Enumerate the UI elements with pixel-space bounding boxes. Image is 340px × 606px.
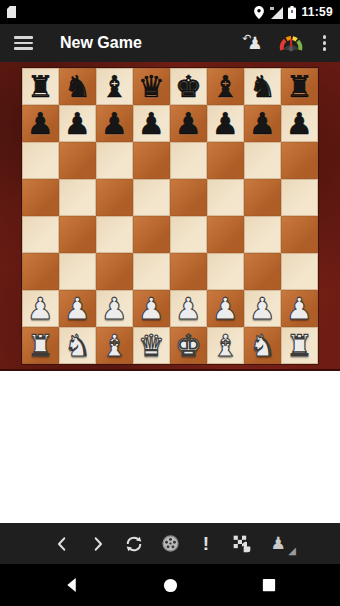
- setup-board-icon[interactable]: [231, 532, 253, 556]
- square-b4[interactable]: [59, 216, 96, 253]
- black-pawn: ♟: [64, 105, 91, 142]
- square-e4[interactable]: [170, 216, 207, 253]
- content-blank-area: [0, 369, 340, 523]
- black-pawn: ♟: [175, 105, 202, 142]
- white-king: ♚: [175, 327, 202, 364]
- square-e7[interactable]: ♟: [170, 105, 207, 142]
- android-nav-bar: [0, 564, 340, 606]
- square-h2[interactable]: ♟: [281, 290, 318, 327]
- square-f1[interactable]: ♝: [207, 327, 244, 364]
- white-knight: ♞: [64, 327, 91, 364]
- square-h5[interactable]: [281, 179, 318, 216]
- white-pawn: ♟: [212, 290, 239, 327]
- black-pawn: ♟: [212, 105, 239, 142]
- square-f4[interactable]: [207, 216, 244, 253]
- black-pawn: ♟: [249, 105, 276, 142]
- square-b2[interactable]: ♟: [59, 290, 96, 327]
- black-pawn: ♟: [27, 105, 54, 142]
- square-d8[interactable]: ♛: [133, 68, 170, 105]
- square-a4[interactable]: [22, 216, 59, 253]
- square-f5[interactable]: [207, 179, 244, 216]
- square-g8[interactable]: ♞: [244, 68, 281, 105]
- square-f6[interactable]: [207, 142, 244, 179]
- black-king: ♚: [175, 68, 202, 105]
- square-e8[interactable]: ♚: [170, 68, 207, 105]
- square-a8[interactable]: ♜: [22, 68, 59, 105]
- black-pawn: ♟: [138, 105, 165, 142]
- nav-back-icon[interactable]: [62, 576, 80, 594]
- square-c7[interactable]: ♟: [96, 105, 133, 142]
- nav-home-icon[interactable]: [161, 576, 179, 594]
- flip-piece-icon[interactable]: ↶♟: [247, 35, 262, 52]
- square-e3[interactable]: [170, 253, 207, 290]
- white-pawn: ♟: [101, 290, 128, 327]
- status-bar: 11:59: [0, 0, 340, 24]
- engine-gauge-icon[interactable]: [278, 33, 304, 53]
- signal-icon: [269, 6, 283, 19]
- square-f3[interactable]: [207, 253, 244, 290]
- square-g3[interactable]: [244, 253, 281, 290]
- app-bar: New Game ↶♟: [0, 24, 340, 62]
- square-h6[interactable]: [281, 142, 318, 179]
- square-g1[interactable]: ♞: [244, 327, 281, 364]
- square-f8[interactable]: ♝: [207, 68, 244, 105]
- white-bishop: ♝: [101, 327, 128, 364]
- piece-mode-icon[interactable]: ♟ ◢: [267, 532, 289, 556]
- square-a5[interactable]: [22, 179, 59, 216]
- square-d2[interactable]: ♟: [133, 290, 170, 327]
- square-c1[interactable]: ♝: [96, 327, 133, 364]
- black-knight: ♞: [64, 68, 91, 105]
- square-a3[interactable]: [22, 253, 59, 290]
- black-bishop: ♝: [101, 68, 128, 105]
- square-h8[interactable]: ♜: [281, 68, 318, 105]
- square-h7[interactable]: ♟: [281, 105, 318, 142]
- black-knight: ♞: [249, 68, 276, 105]
- white-pawn: ♟: [286, 290, 313, 327]
- square-d7[interactable]: ♟: [133, 105, 170, 142]
- square-a2[interactable]: ♟: [22, 290, 59, 327]
- clock-time: 11:59: [301, 5, 333, 19]
- square-c5[interactable]: [96, 179, 133, 216]
- white-rook: ♜: [27, 327, 54, 364]
- square-d6[interactable]: [133, 142, 170, 179]
- square-f2[interactable]: ♟: [207, 290, 244, 327]
- white-knight: ♞: [249, 327, 276, 364]
- force-move-icon[interactable]: !: [195, 532, 217, 556]
- square-h3[interactable]: [281, 253, 318, 290]
- square-d5[interactable]: [133, 179, 170, 216]
- chess-board[interactable]: ♜♞♝♛♚♝♞♜♟♟♟♟♟♟♟♟♟♟♟♟♟♟♟♟♜♞♝♛♚♝♞♜: [22, 68, 318, 364]
- square-e6[interactable]: [170, 142, 207, 179]
- white-queen: ♛: [138, 327, 165, 364]
- square-a7[interactable]: ♟: [22, 105, 59, 142]
- black-pawn: ♟: [286, 105, 313, 142]
- square-h1[interactable]: ♜: [281, 327, 318, 364]
- white-rook: ♜: [286, 327, 313, 364]
- square-f7[interactable]: ♟: [207, 105, 244, 142]
- square-b8[interactable]: ♞: [59, 68, 96, 105]
- next-move-icon[interactable]: [87, 532, 109, 556]
- square-e1[interactable]: ♚: [170, 327, 207, 364]
- square-c3[interactable]: [96, 253, 133, 290]
- square-e5[interactable]: [170, 179, 207, 216]
- square-g6[interactable]: [244, 142, 281, 179]
- square-a1[interactable]: ♜: [22, 327, 59, 364]
- square-b6[interactable]: [59, 142, 96, 179]
- white-pawn: ♟: [249, 290, 276, 327]
- board-frame: ♜♞♝♛♚♝♞♜♟♟♟♟♟♟♟♟♟♟♟♟♟♟♟♟♜♞♝♛♚♝♞♜: [0, 62, 340, 369]
- square-g2[interactable]: ♟: [244, 290, 281, 327]
- bottom-toolbar: ! ♟ ◢: [0, 523, 340, 564]
- square-g7[interactable]: ♟: [244, 105, 281, 142]
- battery-icon: [288, 6, 296, 19]
- square-d1[interactable]: ♛: [133, 327, 170, 364]
- square-e2[interactable]: ♟: [170, 290, 207, 327]
- square-h4[interactable]: [281, 216, 318, 253]
- black-rook: ♜: [27, 68, 54, 105]
- nav-recents-icon[interactable]: [260, 576, 278, 594]
- square-b7[interactable]: ♟: [59, 105, 96, 142]
- square-g4[interactable]: [244, 216, 281, 253]
- previous-move-icon[interactable]: [51, 532, 73, 556]
- menu-icon[interactable]: [14, 36, 33, 50]
- square-b1[interactable]: ♞: [59, 327, 96, 364]
- black-bishop: ♝: [212, 68, 239, 105]
- black-queen: ♛: [138, 68, 165, 105]
- page-title: New Game: [60, 34, 142, 52]
- white-pawn: ♟: [138, 290, 165, 327]
- square-c4[interactable]: [96, 216, 133, 253]
- location-icon: [254, 6, 264, 19]
- white-bishop: ♝: [212, 327, 239, 364]
- square-c2[interactable]: ♟: [96, 290, 133, 327]
- white-pawn: ♟: [64, 290, 91, 327]
- square-c8[interactable]: ♝: [96, 68, 133, 105]
- square-d4[interactable]: [133, 216, 170, 253]
- square-b3[interactable]: [59, 253, 96, 290]
- black-rook: ♜: [286, 68, 313, 105]
- white-pawn: ♟: [175, 290, 202, 327]
- square-c6[interactable]: [96, 142, 133, 179]
- overflow-menu-icon[interactable]: [319, 33, 331, 53]
- restart-game-icon[interactable]: [123, 532, 145, 556]
- notification-document-icon: [7, 6, 16, 18]
- square-d3[interactable]: [133, 253, 170, 290]
- black-pawn: ♟: [101, 105, 128, 142]
- engine-cylinder-icon[interactable]: [159, 532, 181, 556]
- white-pawn: ♟: [27, 290, 54, 327]
- square-b5[interactable]: [59, 179, 96, 216]
- square-a6[interactable]: [22, 142, 59, 179]
- square-g5[interactable]: [244, 179, 281, 216]
